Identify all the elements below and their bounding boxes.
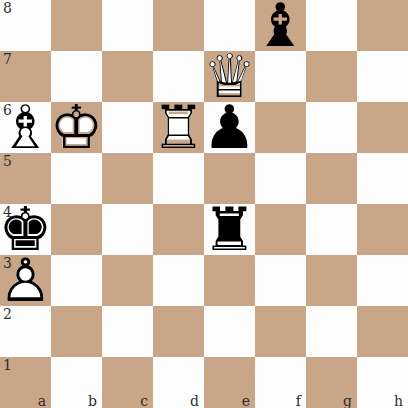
square-d4[interactable] <box>153 204 204 255</box>
square-f5[interactable] <box>255 153 306 204</box>
rank-label-7: 7 <box>3 51 12 67</box>
square-e6[interactable]: ♟ <box>204 102 255 153</box>
file-label-f: f <box>296 394 301 408</box>
square-e2[interactable] <box>204 306 255 357</box>
square-d2[interactable] <box>153 306 204 357</box>
white-rook-icon: ♖ <box>152 96 206 156</box>
square-e4[interactable]: ♜ <box>204 204 255 255</box>
square-h6[interactable] <box>357 102 408 153</box>
square-a6[interactable]: 6♝♗ <box>0 102 51 153</box>
file-label-c: c <box>140 394 148 408</box>
square-b2[interactable] <box>51 306 102 357</box>
square-d8[interactable] <box>153 0 204 51</box>
square-b3[interactable] <box>51 255 102 306</box>
square-h2[interactable] <box>357 306 408 357</box>
piece-white-bishop[interactable]: ♝♗ <box>0 102 51 153</box>
square-e1[interactable]: e <box>204 357 255 408</box>
square-h8[interactable] <box>357 0 408 51</box>
file-label-e: e <box>242 394 250 408</box>
file-label-b: b <box>88 394 97 408</box>
square-b6[interactable]: ♚♔ <box>51 102 102 153</box>
square-g8[interactable] <box>306 0 357 51</box>
file-label-h: h <box>394 394 403 408</box>
chess-board: 8♝7♛♕6♝♗♚♔♜♖♟54♚♜3♟♙21abcdefgh <box>0 0 408 408</box>
black-bishop-icon: ♝ <box>254 0 308 54</box>
piece-black-pawn[interactable]: ♟ <box>204 102 255 153</box>
white-king-icon: ♔ <box>50 96 104 156</box>
file-label-d: d <box>190 394 199 408</box>
black-rook-icon: ♜ <box>203 198 257 258</box>
square-g7[interactable] <box>306 51 357 102</box>
square-d6[interactable]: ♜♖ <box>153 102 204 153</box>
black-pawn-icon: ♟ <box>203 96 257 156</box>
square-f2[interactable] <box>255 306 306 357</box>
piece-black-rook[interactable]: ♜ <box>204 204 255 255</box>
square-b1[interactable]: b <box>51 357 102 408</box>
rank-label-8: 8 <box>3 0 12 16</box>
square-h3[interactable] <box>357 255 408 306</box>
square-g3[interactable] <box>306 255 357 306</box>
square-g5[interactable] <box>306 153 357 204</box>
square-f3[interactable] <box>255 255 306 306</box>
square-a3[interactable]: 3♟♙ <box>0 255 51 306</box>
piece-white-king[interactable]: ♚♔ <box>51 102 102 153</box>
square-c4[interactable] <box>102 204 153 255</box>
square-c7[interactable] <box>102 51 153 102</box>
square-h1[interactable]: h <box>357 357 408 408</box>
square-a8[interactable]: 8 <box>0 0 51 51</box>
square-g2[interactable] <box>306 306 357 357</box>
square-c1[interactable]: c <box>102 357 153 408</box>
square-h5[interactable] <box>357 153 408 204</box>
square-f1[interactable]: f <box>255 357 306 408</box>
rank-label-1: 1 <box>3 357 12 373</box>
file-label-a: a <box>38 394 46 408</box>
file-label-g: g <box>343 394 352 408</box>
square-d1[interactable]: d <box>153 357 204 408</box>
square-g1[interactable]: g <box>306 357 357 408</box>
square-h7[interactable] <box>357 51 408 102</box>
square-c8[interactable] <box>102 0 153 51</box>
piece-white-rook[interactable]: ♜♖ <box>153 102 204 153</box>
square-g6[interactable] <box>306 102 357 153</box>
square-c6[interactable] <box>102 102 153 153</box>
square-a1[interactable]: 1a <box>0 357 51 408</box>
square-f6[interactable] <box>255 102 306 153</box>
square-f8[interactable]: ♝ <box>255 0 306 51</box>
square-c3[interactable] <box>102 255 153 306</box>
square-g4[interactable] <box>306 204 357 255</box>
square-b4[interactable] <box>51 204 102 255</box>
white-pawn-icon: ♙ <box>0 249 52 309</box>
square-c5[interactable] <box>102 153 153 204</box>
piece-white-pawn[interactable]: ♟♙ <box>0 255 51 306</box>
square-f4[interactable] <box>255 204 306 255</box>
square-c2[interactable] <box>102 306 153 357</box>
square-d3[interactable] <box>153 255 204 306</box>
piece-black-bishop[interactable]: ♝ <box>255 0 306 51</box>
square-h4[interactable] <box>357 204 408 255</box>
square-b8[interactable] <box>51 0 102 51</box>
white-bishop-icon: ♗ <box>0 96 52 156</box>
